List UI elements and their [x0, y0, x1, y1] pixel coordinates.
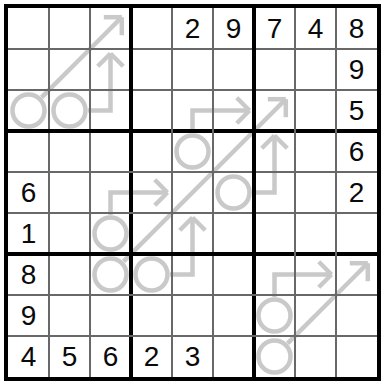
cell-r8c1[interactable]: 9 — [8, 295, 49, 336]
cell-r7c2[interactable] — [49, 254, 90, 295]
cell-r9c3[interactable]: 6 — [90, 336, 131, 377]
cell-r3c8[interactable] — [295, 90, 336, 131]
cell-r5c7[interactable] — [254, 172, 295, 213]
cell-r9c7[interactable] — [254, 336, 295, 377]
cell-r7c9[interactable] — [336, 254, 377, 295]
cell-r8c9[interactable] — [336, 295, 377, 336]
cell-r1c6[interactable]: 9 — [213, 8, 254, 49]
cell-r8c8[interactable] — [295, 295, 336, 336]
arrow-sudoku-puzzle: 297489566218945623 — [0, 0, 385, 385]
cell-r4c6[interactable] — [213, 131, 254, 172]
cell-r4c8[interactable] — [295, 131, 336, 172]
cell-r6c6[interactable] — [213, 213, 254, 254]
cell-r1c9[interactable]: 8 — [336, 8, 377, 49]
cell-r7c5[interactable] — [172, 254, 213, 295]
cell-r8c2[interactable] — [49, 295, 90, 336]
cell-r5c2[interactable] — [49, 172, 90, 213]
cell-r2c6[interactable] — [213, 49, 254, 90]
cell-r4c3[interactable] — [90, 131, 131, 172]
cell-r5c8[interactable] — [295, 172, 336, 213]
cell-r7c1[interactable]: 8 — [8, 254, 49, 295]
cell-r9c9[interactable] — [336, 336, 377, 377]
cell-r8c3[interactable] — [90, 295, 131, 336]
cell-r5c4[interactable] — [131, 172, 172, 213]
cell-r4c4[interactable] — [131, 131, 172, 172]
cell-r1c2[interactable] — [49, 8, 90, 49]
cell-r2c4[interactable] — [131, 49, 172, 90]
cell-r5c3[interactable] — [90, 172, 131, 213]
cell-r9c5[interactable]: 3 — [172, 336, 213, 377]
cell-r5c9[interactable]: 2 — [336, 172, 377, 213]
cell-r7c3[interactable] — [90, 254, 131, 295]
cell-r9c8[interactable] — [295, 336, 336, 377]
cell-r6c7[interactable] — [254, 213, 295, 254]
cell-r8c4[interactable] — [131, 295, 172, 336]
cell-r1c5[interactable]: 2 — [172, 8, 213, 49]
cell-r2c3[interactable] — [90, 49, 131, 90]
cell-r8c6[interactable] — [213, 295, 254, 336]
cell-r9c2[interactable]: 5 — [49, 336, 90, 377]
cell-r8c5[interactable] — [172, 295, 213, 336]
cell-r6c8[interactable] — [295, 213, 336, 254]
cell-r1c7[interactable]: 7 — [254, 8, 295, 49]
cell-r1c8[interactable]: 4 — [295, 8, 336, 49]
cell-r4c1[interactable] — [8, 131, 49, 172]
cell-r3c5[interactable] — [172, 90, 213, 131]
cell-r3c1[interactable] — [8, 90, 49, 131]
cell-r7c7[interactable] — [254, 254, 295, 295]
cell-r2c5[interactable] — [172, 49, 213, 90]
cell-r6c4[interactable] — [131, 213, 172, 254]
cell-r6c9[interactable] — [336, 213, 377, 254]
cell-r2c8[interactable] — [295, 49, 336, 90]
cell-r7c4[interactable] — [131, 254, 172, 295]
cell-r5c5[interactable] — [172, 172, 213, 213]
cell-r3c7[interactable] — [254, 90, 295, 131]
cell-r3c6[interactable] — [213, 90, 254, 131]
cell-r4c9[interactable]: 6 — [336, 131, 377, 172]
cell-r9c6[interactable] — [213, 336, 254, 377]
cell-r5c6[interactable] — [213, 172, 254, 213]
cell-r6c2[interactable] — [49, 213, 90, 254]
cell-r3c2[interactable] — [49, 90, 90, 131]
sudoku-board: 297489566218945623 — [4, 4, 381, 381]
cell-r3c4[interactable] — [131, 90, 172, 131]
cell-r9c4[interactable]: 2 — [131, 336, 172, 377]
cell-r8c7[interactable] — [254, 295, 295, 336]
cell-r6c3[interactable] — [90, 213, 131, 254]
cell-grid: 297489566218945623 — [8, 8, 377, 377]
cell-r1c3[interactable] — [90, 8, 131, 49]
cell-r6c1[interactable]: 1 — [8, 213, 49, 254]
cell-r5c1[interactable]: 6 — [8, 172, 49, 213]
cell-r2c7[interactable] — [254, 49, 295, 90]
cell-r1c1[interactable] — [8, 8, 49, 49]
cell-r6c5[interactable] — [172, 213, 213, 254]
cell-r2c2[interactable] — [49, 49, 90, 90]
cell-r4c5[interactable] — [172, 131, 213, 172]
cell-r9c1[interactable]: 4 — [8, 336, 49, 377]
cell-r4c7[interactable] — [254, 131, 295, 172]
cell-r4c2[interactable] — [49, 131, 90, 172]
cell-r1c4[interactable] — [131, 8, 172, 49]
cell-r7c6[interactable] — [213, 254, 254, 295]
cell-r2c9[interactable]: 9 — [336, 49, 377, 90]
cell-r3c9[interactable]: 5 — [336, 90, 377, 131]
cell-r7c8[interactable] — [295, 254, 336, 295]
cell-r2c1[interactable] — [8, 49, 49, 90]
cell-r3c3[interactable] — [90, 90, 131, 131]
